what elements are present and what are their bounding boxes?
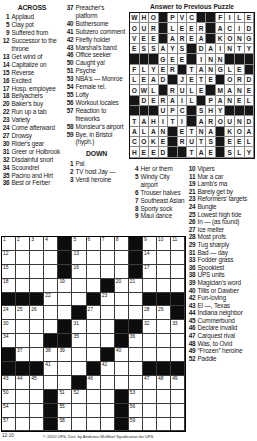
answer-letter-cell: H — [206, 106, 216, 116]
clue-number: 26 — [188, 218, 198, 226]
clue-text: El —, Texas — [198, 302, 257, 310]
puzzle-cell[interactable]: 16 — [72, 265, 86, 279]
puzzle-cell[interactable] — [30, 265, 44, 279]
clue-item: 48Was, to Ovid — [188, 340, 256, 348]
puzzle-cell[interactable] — [16, 320, 30, 334]
puzzle-black-cell — [129, 251, 143, 265]
puzzle-cell[interactable]: 5 — [72, 237, 86, 251]
cell-number: 55 — [59, 404, 64, 409]
puzzle-cell[interactable]: 10 — [157, 237, 171, 251]
answer-letter-cell: G — [159, 54, 169, 64]
answer-black-cell — [216, 137, 226, 147]
puzzle-cell[interactable] — [157, 334, 171, 348]
puzzle-cell[interactable] — [101, 334, 115, 348]
puzzle-cell[interactable] — [101, 390, 115, 404]
cell-number: 10 — [158, 237, 163, 242]
clue-number: 24 — [188, 203, 198, 211]
clue-number: 12 — [2, 37, 12, 53]
clue-item: 4Her or them — [131, 165, 186, 173]
clue-item: 18Bellyachers — [2, 92, 62, 100]
puzzle-cell[interactable] — [129, 306, 143, 320]
clue-text: Disdainful snort — [12, 156, 63, 164]
puzzle-cell[interactable] — [143, 404, 157, 418]
puzzle-cell[interactable]: 49 — [171, 376, 185, 390]
puzzle-black-cell — [143, 362, 157, 376]
puzzle-cell[interactable] — [44, 306, 58, 320]
puzzle-cell[interactable]: 43 — [2, 376, 16, 390]
puzzle-cell[interactable] — [171, 390, 185, 404]
clue-item: 27Drowsy — [2, 132, 62, 140]
puzzle-cell[interactable]: 6 — [87, 237, 101, 251]
puzzle-cell[interactable] — [72, 293, 86, 307]
puzzle-cell[interactable]: 36 — [129, 334, 143, 348]
clue-number: 45 — [188, 317, 198, 325]
puzzle-cell[interactable] — [72, 362, 86, 376]
clue-item: 34Scoundrel — [2, 164, 62, 172]
puzzle-cell[interactable] — [30, 279, 44, 293]
answer-letter-cell: I — [178, 116, 188, 126]
puzzle-cell[interactable]: 35 — [72, 334, 86, 348]
puzzle-cell[interactable] — [87, 320, 101, 334]
puzzle-cell[interactable]: 4 — [44, 237, 58, 251]
puzzle-cell[interactable] — [72, 418, 86, 432]
answer-letter-cell: A — [197, 147, 207, 157]
clue-item: 44Indiana neighbor — [188, 309, 256, 317]
puzzle-cell[interactable] — [58, 293, 72, 307]
puzzle-cell[interactable] — [157, 251, 171, 265]
answer-letter-cell: E — [159, 65, 169, 75]
puzzle-cell[interactable]: 25 — [16, 306, 30, 320]
cell-number: 32 — [144, 321, 149, 326]
puzzle-cell[interactable]: 11 — [171, 237, 185, 251]
cell-number: 8 — [116, 237, 119, 242]
clue-item: 37Preacher's platform — [66, 4, 127, 20]
puzzle-cell[interactable]: 33 — [171, 320, 185, 334]
puzzle-black-cell — [129, 237, 143, 251]
puzzle-cell[interactable]: 21 — [129, 279, 143, 293]
puzzle-cell[interactable] — [171, 348, 185, 362]
clue-item: 46Office seeker — [66, 51, 127, 59]
answer-letter-cell: R — [168, 85, 178, 95]
puzzle-cell[interactable] — [72, 279, 86, 293]
clue-number: 11 — [188, 173, 198, 181]
puzzle-cell[interactable]: 17 — [143, 265, 157, 279]
answer-letter-cell: C — [225, 23, 235, 33]
puzzle-cell[interactable]: 40 — [115, 348, 129, 362]
clue-item: 35Pacino and Hirt — [2, 172, 62, 180]
puzzle-cell[interactable] — [129, 348, 143, 362]
puzzle-cell[interactable] — [157, 265, 171, 279]
puzzle-cell[interactable] — [87, 418, 101, 432]
clue-item: 7Southeast Asian — [131, 197, 186, 205]
answer-letter-cell: L — [245, 137, 255, 147]
cell-number: 1 — [3, 237, 6, 242]
puzzle-cell[interactable] — [101, 251, 115, 265]
puzzle-cell[interactable] — [143, 390, 157, 404]
answer-letter-cell: E — [140, 34, 150, 44]
answer-letter-cell: E — [245, 13, 255, 23]
clue-text: Mar a car — [198, 173, 257, 181]
puzzle-cell[interactable] — [44, 251, 58, 265]
cell-number: 2 — [17, 237, 20, 242]
puzzle-cell[interactable] — [101, 265, 115, 279]
puzzle-cell[interactable] — [101, 404, 115, 418]
puzzle-cell[interactable] — [101, 418, 115, 432]
clue-item: 9Maui dance — [131, 212, 186, 220]
puzzle-cell[interactable] — [171, 265, 185, 279]
puzzle-cell[interactable] — [157, 418, 171, 432]
puzzle-cell[interactable] — [30, 348, 44, 362]
puzzle-cell[interactable] — [44, 320, 58, 334]
cell-number: 44 — [17, 376, 22, 381]
puzzle-cell[interactable]: 22 — [44, 293, 58, 307]
puzzle-cell[interactable] — [87, 334, 101, 348]
answer-letter-cell: N — [206, 65, 216, 75]
puzzle-cell[interactable]: 52 — [72, 390, 86, 404]
puzzle-cell[interactable] — [115, 306, 129, 320]
clue-number: 5 — [131, 173, 141, 189]
puzzle-cell[interactable]: 50 — [2, 390, 16, 404]
cell-number: 52 — [73, 390, 78, 395]
puzzle-cell[interactable] — [30, 334, 44, 348]
clue-text: Capitalize on — [12, 61, 63, 69]
answer-letter-cell: W — [140, 85, 150, 95]
answer-black-cell — [235, 106, 245, 116]
clue-text: Most profs — [198, 233, 257, 241]
puzzle-cell[interactable] — [143, 348, 157, 362]
puzzle-cell[interactable] — [157, 404, 171, 418]
puzzle-cell[interactable]: 18 — [2, 279, 16, 293]
puzzle-cell[interactable] — [171, 418, 185, 432]
puzzle-cell[interactable]: 55 — [58, 404, 72, 418]
clue-item: 1Pal — [66, 160, 127, 168]
answer-letter-cell: T — [235, 44, 245, 54]
clue-text: Spookiest — [198, 264, 257, 272]
puzzle-cell[interactable] — [143, 334, 157, 348]
answer-letter-cell: D — [245, 75, 255, 85]
puzzle-cell[interactable] — [30, 404, 44, 418]
clue-item: 10Vipers — [188, 165, 256, 173]
clue-item: 38UPS units — [188, 271, 256, 279]
puzzle-black-cell — [115, 404, 129, 418]
answer-letter-cell: Y — [245, 147, 255, 157]
puzzle-cell[interactable] — [30, 390, 44, 404]
puzzle-cell[interactable] — [16, 334, 30, 348]
puzzle-cell[interactable]: 59 — [129, 418, 143, 432]
puzzle-cell[interactable] — [44, 376, 58, 390]
puzzle-cell[interactable] — [16, 265, 30, 279]
cell-number: 14 — [144, 251, 149, 256]
down-clues-4-9: 4Her or them5Windy City airport6Trouser … — [131, 165, 186, 220]
puzzle-cell[interactable] — [101, 320, 115, 334]
puzzle-cell[interactable] — [171, 404, 185, 418]
puzzle-cell[interactable] — [157, 348, 171, 362]
clue-number: 30 — [2, 140, 12, 148]
clue-number: 57 — [66, 107, 76, 123]
clue-number: 23 — [2, 116, 12, 124]
answer-letter-cell: I — [225, 13, 235, 23]
puzzle-cell[interactable]: 53 — [129, 390, 143, 404]
clue-number: 14 — [2, 61, 12, 69]
answer-letter-cell: A — [197, 34, 207, 44]
answer-letter-cell: A — [225, 85, 235, 95]
puzzle-cell[interactable] — [101, 306, 115, 320]
clue-text: Bye, in Bristol (hyph.) — [76, 131, 128, 147]
clue-number: 55 — [66, 91, 76, 99]
puzzle-cell[interactable] — [157, 390, 171, 404]
puzzle-black-cell — [171, 362, 185, 376]
puzzle-cell[interactable] — [58, 376, 72, 390]
puzzle-cell[interactable]: 12 — [2, 251, 16, 265]
cell-number: 6 — [88, 237, 91, 242]
answer-letter-cell: H — [149, 116, 159, 126]
puzzle-cell[interactable]: 54 — [2, 404, 16, 418]
puzzle-cell[interactable]: 2 — [16, 237, 30, 251]
puzzle-cell[interactable]: 13 — [72, 251, 86, 265]
puzzle-black-cell — [44, 334, 58, 348]
answer-letter-cell: R — [159, 96, 169, 106]
answer-letter-cell: A — [130, 127, 140, 137]
clue-item: 56Workout locales — [66, 99, 127, 107]
answer-black-cell — [159, 85, 169, 95]
puzzle-cell[interactable] — [58, 306, 72, 320]
answer-letter-cell: N — [216, 54, 226, 64]
puzzle-cell[interactable]: 42 — [101, 362, 115, 376]
puzzle-cell[interactable]: 32 — [143, 320, 157, 334]
puzzle-cell[interactable] — [143, 418, 157, 432]
puzzle-cell[interactable] — [129, 376, 143, 390]
puzzle-cell[interactable] — [157, 279, 171, 293]
puzzle-cell[interactable] — [157, 320, 171, 334]
clue-text: Reverse — [12, 69, 63, 77]
clue-item: 43Marshal's band — [66, 44, 127, 52]
answer-black-cell — [168, 137, 178, 147]
puzzle-cell[interactable] — [16, 251, 30, 265]
puzzle-black-cell — [58, 265, 72, 279]
clue-number: 32 — [2, 156, 12, 164]
puzzle-cell[interactable] — [72, 404, 86, 418]
answer-letter-cell: N — [235, 116, 245, 126]
cell-number: 46 — [88, 376, 93, 381]
puzzle-cell[interactable]: 7 — [101, 237, 115, 251]
puzzle-cell[interactable] — [115, 293, 129, 307]
cell-number: 56 — [130, 404, 135, 409]
puzzle-cell[interactable]: 31 — [72, 320, 86, 334]
clue-text: Come afterward — [12, 124, 63, 132]
clue-number: 40 — [188, 287, 198, 295]
clue-text: Barely get by — [198, 188, 257, 196]
answer-letter-cell: N — [235, 34, 245, 44]
answer-letter-cell: E — [149, 96, 159, 106]
puzzle-cell[interactable]: 8 — [115, 237, 129, 251]
puzzle-cell[interactable] — [115, 251, 129, 265]
puzzle-black-cell — [171, 293, 185, 307]
puzzle-cell[interactable] — [44, 279, 58, 293]
answer-black-cell — [216, 127, 226, 137]
puzzle-cell[interactable] — [16, 279, 30, 293]
clue-item: 53NBA's — Monroe — [66, 75, 127, 83]
clue-text: Bungle — [198, 203, 257, 211]
puzzle-cell[interactable]: 47 — [143, 376, 157, 390]
cell-number: 21 — [130, 279, 135, 284]
puzzle-cell[interactable]: 58 — [58, 418, 72, 432]
cell-number: 3 — [31, 237, 34, 242]
puzzle-cell[interactable] — [129, 293, 143, 307]
puzzle-cell[interactable]: 48 — [157, 376, 171, 390]
clue-item: 25Lowest high tide — [188, 211, 256, 219]
clue-text: Was, to Ovid — [198, 340, 257, 348]
answer-letter-cell: Y — [216, 106, 226, 116]
puzzle-cell[interactable] — [44, 265, 58, 279]
answer-letter-cell: R — [178, 137, 188, 147]
cell-number: 4 — [45, 237, 48, 242]
previous-answer-title: Answer to Previous Puzzle — [128, 3, 256, 10]
puzzle-cell[interactable] — [87, 251, 101, 265]
answer-letter-cell: E — [140, 75, 150, 85]
answer-letter-cell: J — [178, 75, 188, 85]
puzzle-cell[interactable] — [16, 404, 30, 418]
clue-number: 34 — [2, 164, 12, 172]
puzzle-cell[interactable]: 20 — [115, 279, 129, 293]
answer-letter-cell: R — [178, 34, 188, 44]
puzzle-cell[interactable] — [171, 251, 185, 265]
clue-number: 10 — [188, 165, 198, 173]
answer-black-cell — [168, 127, 178, 137]
puzzle-cell[interactable]: 34 — [2, 334, 16, 348]
answer-letter-cell: G — [245, 34, 255, 44]
puzzle-cell[interactable]: 28 — [143, 306, 157, 320]
puzzle-cell[interactable]: 44 — [16, 376, 30, 390]
answer-letter-cell: R — [235, 75, 245, 85]
puzzle-cell[interactable]: 24 — [2, 306, 16, 320]
puzzle-cell[interactable] — [115, 362, 129, 376]
answer-black-cell — [187, 44, 197, 54]
clue-text: Bellyachers — [12, 92, 63, 100]
answer-letter-cell: O — [140, 137, 150, 147]
puzzle-cell[interactable]: 1 — [2, 237, 16, 251]
puzzle-cell[interactable] — [87, 390, 101, 404]
puzzle-cell[interactable]: 19 — [58, 279, 72, 293]
puzzle-black-cell — [101, 279, 115, 293]
answer-letter-cell: A — [168, 96, 178, 106]
puzzle-cell[interactable] — [87, 265, 101, 279]
puzzle-cell[interactable]: 46 — [87, 376, 101, 390]
puzzle-cell[interactable] — [143, 279, 157, 293]
clue-text: Trouser halves — [141, 189, 187, 197]
puzzle-cell[interactable]: 14 — [143, 251, 157, 265]
answer-letter-cell: A — [245, 127, 255, 137]
puzzle-cell[interactable]: 38 — [44, 348, 58, 362]
puzzle-cell[interactable] — [101, 376, 115, 390]
clue-item: 24Come afterward — [2, 124, 62, 132]
puzzle-cell[interactable] — [87, 404, 101, 418]
clue-text: Bad — day — [198, 249, 257, 257]
cell-number: 11 — [172, 237, 177, 242]
puzzle-cell[interactable]: 37 — [16, 348, 30, 362]
puzzle-cell[interactable]: 15 — [2, 265, 16, 279]
cell-number: 5 — [73, 237, 76, 242]
puzzle-cell[interactable]: 29 — [157, 306, 171, 320]
clue-number: 24 — [2, 124, 12, 132]
answer-letter-cell: E — [178, 23, 188, 33]
cell-number: 41 — [45, 362, 50, 367]
answer-letter-cell: D — [245, 23, 255, 33]
cell-number: 48 — [158, 376, 163, 381]
answer-black-cell — [187, 116, 197, 126]
puzzle-cell[interactable]: 9 — [143, 237, 157, 251]
puzzle-black-cell — [30, 293, 44, 307]
clue-text: In — (as found) — [198, 218, 257, 226]
puzzle-cell[interactable] — [115, 376, 129, 390]
clue-item: 40Tillis or Dawber — [188, 287, 256, 295]
answer-black-cell — [140, 54, 150, 64]
puzzle-grid[interactable]: 1234567891011121314151617181920212223242… — [1, 236, 186, 432]
answer-letter-cell: N — [225, 96, 235, 106]
clue-item: 23Reformers' targets — [188, 195, 256, 203]
answer-letter-cell: S — [206, 137, 216, 147]
puzzle-cell[interactable] — [171, 279, 185, 293]
answer-letter-cell: N — [197, 127, 207, 137]
clue-text: Greer or Holbrook — [12, 148, 63, 156]
puzzle-cell[interactable]: 26 — [30, 306, 44, 320]
puzzle-cell[interactable] — [30, 418, 44, 432]
puzzle-cell[interactable] — [87, 348, 101, 362]
puzzle-black-cell — [44, 390, 58, 404]
answer-letter-cell: E — [206, 147, 216, 157]
puzzle-cell[interactable] — [30, 320, 44, 334]
puzzle-cell[interactable] — [87, 279, 101, 293]
puzzle-black-cell — [72, 306, 86, 320]
clue-number: 58 — [66, 123, 76, 131]
puzzle-cell[interactable]: 57 — [2, 418, 16, 432]
clue-number: 15 — [2, 69, 12, 77]
clue-item: 33Fodder grass — [188, 256, 256, 264]
puzzle-cell[interactable] — [129, 362, 143, 376]
answer-letter-cell: A — [206, 127, 216, 137]
answer-black-cell — [206, 85, 216, 95]
puzzle-cell[interactable]: 27 — [87, 306, 101, 320]
puzzle-cell[interactable]: 30 — [2, 320, 16, 334]
clue-text: Rider's gear — [12, 140, 63, 148]
puzzle-cell[interactable]: 41 — [44, 362, 58, 376]
puzzle-cell[interactable] — [171, 334, 185, 348]
clue-text: Scoundrel — [12, 164, 63, 172]
clue-item: 46Declare invalid — [188, 324, 256, 332]
puzzle-cell[interactable] — [115, 265, 129, 279]
puzzle-cell[interactable] — [72, 348, 86, 362]
clue-item: 3Verdi heroine — [66, 176, 127, 184]
puzzle-cell[interactable] — [16, 418, 30, 432]
clue-text: Marshal's band — [76, 44, 128, 52]
puzzle-cell[interactable] — [58, 362, 72, 376]
puzzle-cell[interactable]: 23 — [101, 293, 115, 307]
puzzle-black-cell — [115, 418, 129, 432]
puzzle-cell[interactable]: 45 — [30, 376, 44, 390]
puzzle-cell[interactable] — [30, 251, 44, 265]
puzzle-cell[interactable]: 39 — [58, 348, 72, 362]
answer-letter-cell: S — [225, 147, 235, 157]
clue-number: 21 — [188, 188, 198, 196]
answer-letter-cell: O — [130, 23, 140, 33]
puzzle-cell[interactable]: 51 — [58, 390, 72, 404]
clue-text: Get wind of — [12, 53, 63, 61]
clue-item: 42Firefly holder — [66, 36, 127, 44]
cell-number: 54 — [3, 404, 8, 409]
puzzle-cell[interactable] — [16, 390, 30, 404]
puzzle-cell[interactable]: 3 — [30, 237, 44, 251]
clue-item: 27Ice melter — [188, 226, 256, 234]
puzzle-cell[interactable]: 56 — [129, 404, 143, 418]
